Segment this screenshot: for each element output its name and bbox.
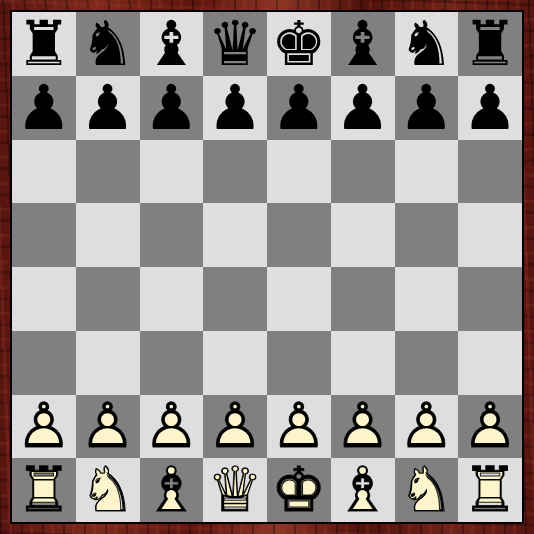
square-a7[interactable]: ♟ [12,76,76,140]
white-piece-fill-glyph: ♟ [267,395,331,459]
piece-white-pawn: ♟♙ [76,395,140,459]
black-piece-glyph: ♟ [331,76,395,140]
square-a8[interactable]: ♜ [12,12,76,76]
piece-white-rook: ♜♖ [12,458,76,522]
black-piece-glyph: ♝ [331,12,395,76]
square-a4[interactable] [12,267,76,331]
piece-black-rook: ♜ [458,12,522,76]
black-piece-glyph: ♛ [203,12,267,76]
white-piece-fill-glyph: ♝ [140,458,204,522]
piece-black-queen: ♛ [203,12,267,76]
square-a2[interactable]: ♟♙ [12,395,76,459]
white-piece-outline-glyph: ♙ [203,395,267,459]
black-piece-glyph: ♟ [203,76,267,140]
white-piece-outline-glyph: ♙ [458,395,522,459]
piece-white-bishop: ♝♗ [140,458,204,522]
white-piece-fill-glyph: ♝ [331,458,395,522]
white-piece-outline-glyph: ♗ [140,458,204,522]
black-piece-glyph: ♜ [12,12,76,76]
black-piece-glyph: ♚ [267,12,331,76]
square-h2[interactable]: ♟♙ [458,395,522,459]
white-piece-fill-glyph: ♚ [267,458,331,522]
piece-black-pawn: ♟ [458,76,522,140]
black-piece-glyph: ♟ [267,76,331,140]
square-d2[interactable]: ♟♙ [203,395,267,459]
white-piece-fill-glyph: ♛ [203,458,267,522]
square-b1[interactable]: ♞♘ [76,458,140,522]
black-piece-glyph: ♜ [458,12,522,76]
piece-black-pawn: ♟ [267,76,331,140]
piece-white-queen: ♛♕ [203,458,267,522]
white-piece-outline-glyph: ♙ [267,395,331,459]
square-e4[interactable] [267,267,331,331]
square-b7[interactable]: ♟ [76,76,140,140]
square-c2[interactable]: ♟♙ [140,395,204,459]
white-piece-fill-glyph: ♟ [395,395,459,459]
square-a5[interactable] [12,203,76,267]
square-b3[interactable] [76,331,140,395]
piece-black-pawn: ♟ [203,76,267,140]
black-piece-glyph: ♝ [140,12,204,76]
square-d7[interactable]: ♟ [203,76,267,140]
white-piece-fill-glyph: ♟ [76,395,140,459]
piece-black-pawn: ♟ [140,76,204,140]
square-b5[interactable] [76,203,140,267]
piece-white-knight: ♞♘ [395,458,459,522]
piece-black-knight: ♞ [76,12,140,76]
black-piece-glyph: ♟ [76,76,140,140]
white-piece-outline-glyph: ♗ [331,458,395,522]
square-e1[interactable]: ♚♔ [267,458,331,522]
square-f7[interactable]: ♟ [331,76,395,140]
square-e7[interactable]: ♟ [267,76,331,140]
square-a6[interactable] [12,140,76,204]
black-piece-glyph: ♟ [395,76,459,140]
white-piece-outline-glyph: ♙ [331,395,395,459]
square-f5[interactable] [331,203,395,267]
piece-black-bishop: ♝ [140,12,204,76]
square-f3[interactable] [331,331,395,395]
white-piece-outline-glyph: ♕ [203,458,267,522]
white-piece-outline-glyph: ♙ [140,395,204,459]
square-f8[interactable]: ♝ [331,12,395,76]
white-piece-fill-glyph: ♟ [331,395,395,459]
square-e2[interactable]: ♟♙ [267,395,331,459]
white-piece-fill-glyph: ♟ [140,395,204,459]
square-b6[interactable] [76,140,140,204]
square-b8[interactable]: ♞ [76,12,140,76]
square-h4[interactable] [458,267,522,331]
white-piece-outline-glyph: ♔ [267,458,331,522]
piece-white-pawn: ♟♙ [331,395,395,459]
square-e6[interactable] [267,140,331,204]
piece-white-pawn: ♟♙ [458,395,522,459]
square-g6[interactable] [395,140,459,204]
piece-white-pawn: ♟♙ [267,395,331,459]
piece-white-knight: ♞♘ [76,458,140,522]
piece-black-pawn: ♟ [331,76,395,140]
white-piece-fill-glyph: ♜ [458,458,522,522]
square-g4[interactable] [395,267,459,331]
white-piece-outline-glyph: ♘ [76,458,140,522]
square-c6[interactable] [140,140,204,204]
piece-black-knight: ♞ [395,12,459,76]
piece-black-bishop: ♝ [331,12,395,76]
white-piece-fill-glyph: ♞ [395,458,459,522]
square-h5[interactable] [458,203,522,267]
piece-black-pawn: ♟ [395,76,459,140]
square-h6[interactable] [458,140,522,204]
piece-black-king: ♚ [267,12,331,76]
chess-board: ♜♞♝♛♚♝♞♜♟♟♟♟♟♟♟♟♟♙♟♙♟♙♟♙♟♙♟♙♟♙♟♙♜♖♞♘♝♗♛♕… [12,12,522,522]
piece-black-rook: ♜ [12,12,76,76]
piece-white-pawn: ♟♙ [12,395,76,459]
white-piece-fill-glyph: ♜ [12,458,76,522]
square-d4[interactable] [203,267,267,331]
square-a3[interactable] [12,331,76,395]
square-f4[interactable] [331,267,395,331]
square-b2[interactable]: ♟♙ [76,395,140,459]
piece-white-rook: ♜♖ [458,458,522,522]
piece-white-pawn: ♟♙ [140,395,204,459]
square-d8[interactable]: ♛ [203,12,267,76]
square-e3[interactable] [267,331,331,395]
square-c5[interactable] [140,203,204,267]
white-piece-outline-glyph: ♘ [395,458,459,522]
square-f2[interactable]: ♟♙ [331,395,395,459]
square-g5[interactable] [395,203,459,267]
square-g1[interactable]: ♞♘ [395,458,459,522]
square-g8[interactable]: ♞ [395,12,459,76]
white-piece-outline-glyph: ♙ [12,395,76,459]
square-d3[interactable] [203,331,267,395]
square-c7[interactable]: ♟ [140,76,204,140]
piece-black-pawn: ♟ [76,76,140,140]
square-a1[interactable]: ♜♖ [12,458,76,522]
square-c3[interactable] [140,331,204,395]
white-piece-fill-glyph: ♟ [12,395,76,459]
square-f6[interactable] [331,140,395,204]
black-piece-glyph: ♞ [395,12,459,76]
square-c4[interactable] [140,267,204,331]
white-piece-outline-glyph: ♖ [458,458,522,522]
board-inner-border: ♜♞♝♛♚♝♞♜♟♟♟♟♟♟♟♟♟♙♟♙♟♙♟♙♟♙♟♙♟♙♟♙♜♖♞♘♝♗♛♕… [10,10,524,524]
square-g7[interactable]: ♟ [395,76,459,140]
square-e8[interactable]: ♚ [267,12,331,76]
square-g2[interactable]: ♟♙ [395,395,459,459]
white-piece-fill-glyph: ♟ [458,395,522,459]
board-frame: ♜♞♝♛♚♝♞♜♟♟♟♟♟♟♟♟♟♙♟♙♟♙♟♙♟♙♟♙♟♙♟♙♜♖♞♘♝♗♛♕… [0,0,534,534]
square-c1[interactable]: ♝♗ [140,458,204,522]
square-h3[interactable] [458,331,522,395]
piece-white-pawn: ♟♙ [395,395,459,459]
square-g3[interactable] [395,331,459,395]
white-piece-outline-glyph: ♖ [12,458,76,522]
piece-white-bishop: ♝♗ [331,458,395,522]
square-d1[interactable]: ♛♕ [203,458,267,522]
piece-white-king: ♚♔ [267,458,331,522]
black-piece-glyph: ♞ [76,12,140,76]
square-h1[interactable]: ♜♖ [458,458,522,522]
black-piece-glyph: ♟ [458,76,522,140]
piece-black-pawn: ♟ [12,76,76,140]
white-piece-fill-glyph: ♞ [76,458,140,522]
square-b4[interactable] [76,267,140,331]
square-c8[interactable]: ♝ [140,12,204,76]
piece-white-pawn: ♟♙ [203,395,267,459]
white-piece-outline-glyph: ♙ [395,395,459,459]
white-piece-outline-glyph: ♙ [76,395,140,459]
square-d6[interactable] [203,140,267,204]
black-piece-glyph: ♟ [12,76,76,140]
square-h7[interactable]: ♟ [458,76,522,140]
white-piece-fill-glyph: ♟ [203,395,267,459]
square-f1[interactable]: ♝♗ [331,458,395,522]
square-d5[interactable] [203,203,267,267]
square-h8[interactable]: ♜ [458,12,522,76]
black-piece-glyph: ♟ [140,76,204,140]
square-e5[interactable] [267,203,331,267]
